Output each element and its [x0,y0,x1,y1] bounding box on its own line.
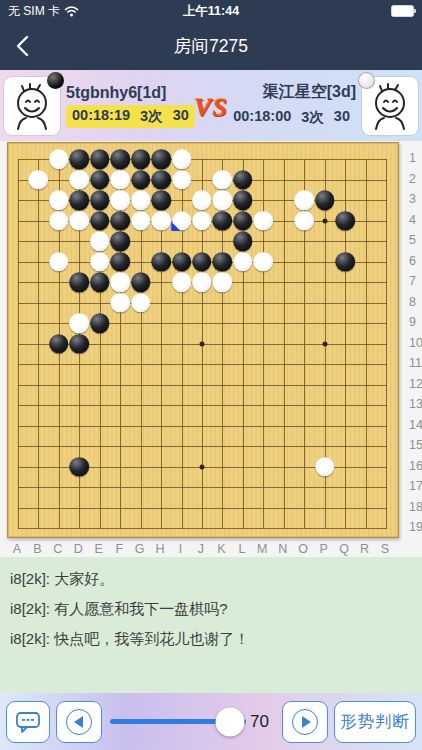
board-section: ABCDEFGHIJKLMNOPQRS 12345678910111213141… [0,141,422,557]
stone-e3 [90,190,110,210]
stone-j4 [192,211,212,231]
move-slider[interactable] [110,719,246,724]
row-label-14: 14 [409,418,422,432]
row-label-12: 12 [409,377,422,391]
col-label-J: J [198,542,204,556]
stone-i6 [172,252,192,272]
black-stone-badge [47,72,64,89]
stone-e2 [90,170,110,190]
stone-f1 [110,149,130,169]
white-player-avatar [362,77,418,135]
row-label-6: 6 [409,254,416,268]
black-player-clock: 00:18:19 3次 30 [66,105,195,128]
row-label-16: 16 [409,459,422,473]
row-label-18: 18 [409,500,422,514]
stone-f6 [110,252,130,272]
col-label-L: L [238,542,245,556]
col-label-G: G [135,542,145,556]
stone-o4 [294,211,314,231]
vs-label: VS [194,92,228,122]
col-label-B: B [33,542,41,556]
stone-e7 [90,272,110,292]
stone-f8 [110,293,130,313]
judge-button[interactable]: 形势判断 [334,701,416,743]
white-player-clock: 00:18:00 3次 30 [227,106,356,129]
stone-e6 [90,252,110,272]
chat-bubble-icon [15,710,41,734]
white-stone-badge [358,72,375,89]
white-periods: 3次 [301,108,324,127]
page-title: 房间7275 [0,34,422,58]
goban[interactable] [7,142,399,538]
stone-d9 [70,313,90,333]
col-label-A: A [13,542,21,556]
stone-h1 [151,149,171,169]
black-periods: 3次 [140,107,163,126]
stone-g8 [131,293,151,313]
row-label-17: 17 [409,479,422,493]
stone-m4 [254,211,274,231]
chat-button[interactable] [6,701,50,743]
status-bar: 无 SIM 卡 上午11:44 [0,0,422,22]
clock-label: 上午11:44 [0,3,422,20]
col-label-O: O [298,542,308,556]
col-label-K: K [217,542,225,556]
stone-d3 [70,190,90,210]
stone-k2 [213,170,233,190]
stone-e9 [90,313,110,333]
col-label-C: C [53,542,62,556]
stone-h2 [151,170,171,190]
row-label-4: 4 [409,213,416,227]
stone-d4 [70,211,90,231]
stone-l3 [233,190,253,210]
chat-message: i8[2k]: 大家好。 [10,564,412,594]
stone-e5 [90,231,110,251]
stone-q4 [335,211,355,231]
col-label-P: P [319,542,327,556]
white-player-name: 渠江星空[3d] [263,82,356,103]
stone-j7 [192,272,212,292]
stone-c3 [49,190,69,210]
next-move-button[interactable] [282,701,328,743]
stone-i2 [172,170,192,190]
row-label-7: 7 [409,274,416,288]
col-label-H: H [156,542,165,556]
row-label-10: 10 [409,336,422,350]
move-slider-zone: 70 [108,712,276,732]
col-label-R: R [360,542,369,556]
stone-c10 [49,334,69,354]
stone-q6 [335,252,355,272]
stone-i7 [172,272,192,292]
chat-message: i8[2k]: 有人愿意和我下一盘棋吗? [10,594,412,624]
row-label-5: 5 [409,233,416,247]
row-label-19: 19 [409,520,422,534]
col-label-Q: Q [339,542,349,556]
stone-d2 [70,170,90,190]
col-label-I: I [179,542,182,556]
stone-c4 [49,211,69,231]
last-move-marker [171,221,181,231]
white-main-time: 00:18:00 [233,108,291,127]
stone-h3 [151,190,171,210]
battery-icon [391,5,414,17]
players-bar: 5tgbnhy6[1d] 00:18:19 3次 30 VS 渠江星空[3d] … [0,70,422,141]
slider-thumb[interactable] [215,707,244,736]
next-icon [292,709,318,735]
row-label-13: 13 [409,397,422,411]
col-label-E: E [95,542,103,556]
stone-h4 [151,211,171,231]
stone-g7 [131,272,151,292]
stone-g4 [131,211,151,231]
stone-o3 [294,190,314,210]
stone-h6 [151,252,171,272]
stone-k7 [213,272,233,292]
row-label-11: 11 [409,356,422,370]
stone-e4 [90,211,110,231]
prev-move-button[interactable] [56,701,102,743]
black-byoyomi: 30 [173,107,189,126]
row-label-2: 2 [409,172,416,186]
toolbar: 70 形势判断 [0,693,422,750]
row-label-9: 9 [409,315,416,329]
row-label-3: 3 [409,192,416,206]
stone-j3 [192,190,212,210]
stone-b2 [29,170,49,190]
stone-e1 [90,149,110,169]
chat-panel: i8[2k]: 大家好。i8[2k]: 有人愿意和我下一盘棋吗?i8[2k]: … [0,557,422,693]
stone-c6 [49,252,69,272]
slider-value: 70 [250,712,274,732]
black-player-name: 5tgbnhy6[1d] [66,84,195,102]
stone-d10 [70,334,90,354]
stone-d16 [70,457,90,477]
stone-p16 [315,457,335,477]
stone-d1 [70,149,90,169]
stone-k4 [213,211,233,231]
stone-l2 [233,170,253,190]
nav-bar: 房间7275 [0,22,422,70]
stone-d7 [70,272,90,292]
stone-j6 [192,252,212,272]
stone-k6 [213,252,233,272]
stone-i1 [172,149,192,169]
white-byoyomi: 30 [334,108,350,127]
stone-l6 [233,252,253,272]
stone-k3 [213,190,233,210]
stone-l4 [233,211,253,231]
black-player-avatar [4,77,60,135]
row-label-8: 8 [409,295,416,309]
stone-m6 [254,252,274,272]
stone-g2 [131,170,151,190]
prev-icon [66,709,92,735]
black-main-time: 00:18:19 [72,107,130,126]
app-screen: 无 SIM 卡 上午11:44 房间7275 [0,0,422,750]
chat-message: i8[2k]: 快点吧，我等到花儿也谢了！ [10,624,412,654]
col-label-M: M [257,542,267,556]
stone-i4 [172,211,192,231]
stone-f5 [110,231,130,251]
stone-f2 [110,170,130,190]
stone-l5 [233,231,253,251]
stone-f7 [110,272,130,292]
stone-f4 [110,211,130,231]
col-label-D: D [74,542,83,556]
row-label-15: 15 [409,438,422,452]
row-label-1: 1 [409,151,416,165]
stone-g1 [131,149,151,169]
stone-p3 [315,190,335,210]
col-label-S: S [381,542,389,556]
col-label-N: N [278,542,287,556]
stone-g3 [131,190,151,210]
stone-c1 [49,149,69,169]
stone-f3 [110,190,130,210]
col-label-F: F [115,542,123,556]
